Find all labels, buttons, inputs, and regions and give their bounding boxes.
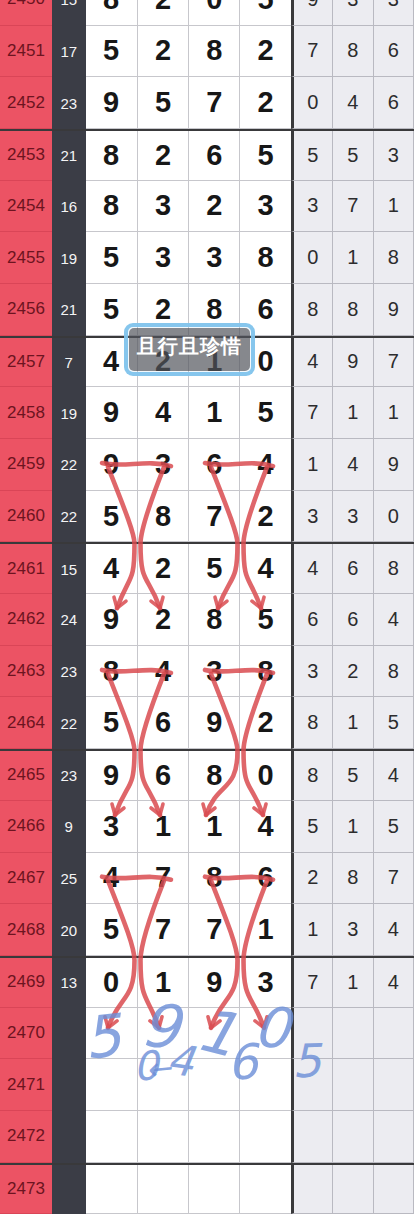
digit-cell[interactable]: 3 <box>137 232 188 284</box>
digit-cell[interactable] <box>137 1165 188 1215</box>
side-digit-cell <box>373 1008 414 1060</box>
digit-cell[interactable] <box>137 1008 188 1060</box>
digit-cell[interactable]: 7 <box>188 491 239 543</box>
table-row: 2450158205933 <box>0 0 414 26</box>
side-digit-cell: 8 <box>373 544 414 594</box>
sum-cell: 23 <box>52 77 86 129</box>
table-row: 2469130193714 <box>0 956 414 1008</box>
table-row: 2472 <box>0 1111 414 1163</box>
digit-cell[interactable]: 2 <box>239 26 290 78</box>
issue-cell: 2470 <box>0 1008 52 1060</box>
table-row: 2470 <box>0 1008 414 1060</box>
digit-cell[interactable]: 2 <box>239 77 290 129</box>
side-digit-cell: 5 <box>332 751 373 801</box>
side-digit-cell: 1 <box>291 439 332 491</box>
sum-cell: 22 <box>52 491 86 543</box>
side-digit-cell: 6 <box>332 544 373 594</box>
digit-cell[interactable]: 9 <box>188 697 239 749</box>
table-row: 2467254786287 <box>0 853 414 905</box>
side-digit-cell: 1 <box>373 387 414 439</box>
digit-cell[interactable]: 6 <box>239 853 290 905</box>
side-digit-cell: 1 <box>332 387 373 439</box>
side-digit-cell: 8 <box>373 646 414 698</box>
table-row: 2453218265553 <box>0 129 414 181</box>
side-digit-cell <box>291 1165 332 1215</box>
digit-cell[interactable]: 7 <box>188 904 239 956</box>
digit-cell[interactable]: 3 <box>137 439 188 491</box>
side-digit-cell: 8 <box>291 284 332 336</box>
digit-cell[interactable] <box>239 1008 290 1060</box>
sum-cell <box>52 1008 86 1060</box>
side-digit-cell: 6 <box>373 77 414 129</box>
digit-cell[interactable]: 3 <box>239 958 290 1008</box>
side-digit-cell: 6 <box>332 594 373 646</box>
digit-cell[interactable]: 5 <box>86 697 137 749</box>
digit-cell[interactable]: 2 <box>137 26 188 78</box>
sum-cell: 21 <box>52 131 86 181</box>
digit-cell[interactable]: 6 <box>137 751 188 801</box>
table-row: 246693114515 <box>0 801 414 853</box>
digit-cell[interactable]: 9 <box>86 751 137 801</box>
issue-cell: 2459 <box>0 439 52 491</box>
digit-cell[interactable] <box>137 1111 188 1163</box>
digit-cell[interactable]: 4 <box>239 801 290 853</box>
sum-cell <box>52 1111 86 1163</box>
digit-cell[interactable]: 2 <box>137 0 188 26</box>
table-row: 2464225692815 <box>0 697 414 749</box>
issue-cell: 2455 <box>0 232 52 284</box>
digit-cell[interactable] <box>86 1165 137 1215</box>
sum-cell <box>52 1059 86 1111</box>
digit-cell[interactable] <box>188 1059 239 1111</box>
digit-cell[interactable]: 5 <box>239 0 290 26</box>
table-row: 2473 <box>0 1163 414 1215</box>
side-digit-cell <box>373 1059 414 1111</box>
digit-cell[interactable] <box>239 1111 290 1163</box>
side-digit-cell <box>373 1165 414 1215</box>
note-tooltip-text: 且行且珍惜 <box>129 328 250 371</box>
issue-cell: 2468 <box>0 904 52 956</box>
digit-cell[interactable] <box>86 1111 137 1163</box>
digit-cell[interactable]: 2 <box>239 491 290 543</box>
side-digit-cell: 9 <box>373 439 414 491</box>
side-digit-cell: 5 <box>373 697 414 749</box>
side-digit-cell: 7 <box>291 958 332 1008</box>
issue-cell: 2464 <box>0 697 52 749</box>
table-row: 2471 <box>0 1059 414 1111</box>
sum-cell: 19 <box>52 232 86 284</box>
issue-cell: 2451 <box>0 26 52 78</box>
sum-cell: 15 <box>52 544 86 594</box>
digit-cell[interactable]: 2 <box>137 131 188 181</box>
note-tooltip[interactable]: 且行且珍惜 <box>124 323 255 376</box>
side-digit-cell: 3 <box>291 491 332 543</box>
digit-cell[interactable]: 5 <box>239 594 290 646</box>
issue-cell: 2472 <box>0 1111 52 1163</box>
table-row: 2462249285664 <box>0 594 414 646</box>
side-digit-cell: 7 <box>373 853 414 905</box>
issue-cell: 2471 <box>0 1059 52 1111</box>
chart-rows: 2450158205933245117528278624522395720462… <box>0 0 414 1214</box>
digit-cell[interactable]: 1 <box>188 387 239 439</box>
issue-cell: 2467 <box>0 853 52 905</box>
side-digit-cell: 3 <box>291 646 332 698</box>
digit-cell[interactable] <box>239 1165 290 1215</box>
sum-cell <box>52 1165 86 1215</box>
digit-cell[interactable]: 2 <box>137 594 188 646</box>
side-digit-cell: 1 <box>332 697 373 749</box>
digit-cell[interactable]: 9 <box>86 77 137 129</box>
digit-cell[interactable]: 1 <box>239 904 290 956</box>
side-digit-cell: 8 <box>291 751 332 801</box>
digit-cell[interactable] <box>137 1059 188 1111</box>
digit-cell[interactable]: 3 <box>188 646 239 698</box>
side-digit-cell: 3 <box>373 131 414 181</box>
side-digit-cell <box>332 1059 373 1111</box>
side-digit-cell: 0 <box>291 232 332 284</box>
digit-cell[interactable]: 3 <box>137 181 188 233</box>
digit-cell[interactable]: 6 <box>137 697 188 749</box>
digit-cell[interactable]: 2 <box>239 697 290 749</box>
side-digit-cell: 9 <box>332 338 373 388</box>
side-digit-cell: 2 <box>291 853 332 905</box>
table-row: 2458199415711 <box>0 387 414 439</box>
digit-cell[interactable]: 5 <box>188 544 239 594</box>
side-digit-cell: 3 <box>332 491 373 543</box>
issue-cell: 2457 <box>0 338 52 388</box>
side-digit-cell <box>332 1111 373 1163</box>
side-digit-cell: 3 <box>332 0 373 26</box>
side-digit-cell: 3 <box>291 181 332 233</box>
digit-cell[interactable]: 4 <box>86 853 137 905</box>
digit-cell[interactable]: 0 <box>188 0 239 26</box>
sum-cell: 20 <box>52 904 86 956</box>
lottery-trend-chart: 2450158205933245117528278624522395720462… <box>0 0 414 1216</box>
table-row: 2455195338018 <box>0 232 414 284</box>
digit-cell[interactable]: 9 <box>86 387 137 439</box>
digit-cell[interactable]: 7 <box>188 77 239 129</box>
side-digit-cell: 8 <box>373 232 414 284</box>
table-row: 2463238438328 <box>0 646 414 698</box>
digit-cell[interactable]: 5 <box>86 26 137 78</box>
side-digit-cell: 4 <box>373 904 414 956</box>
side-digit-cell: 7 <box>332 181 373 233</box>
side-digit-cell <box>291 1111 332 1163</box>
digit-cell[interactable]: 7 <box>137 853 188 905</box>
side-digit-cell: 9 <box>291 0 332 26</box>
side-digit-cell: 5 <box>291 801 332 853</box>
digit-cell[interactable]: 8 <box>188 594 239 646</box>
issue-cell: 2461 <box>0 544 52 594</box>
digit-cell[interactable]: 6 <box>188 439 239 491</box>
side-digit-cell: 7 <box>373 338 414 388</box>
digit-cell[interactable] <box>86 1008 137 1060</box>
digit-cell[interactable]: 8 <box>239 232 290 284</box>
issue-cell: 2454 <box>0 181 52 233</box>
issue-cell: 2453 <box>0 131 52 181</box>
side-digit-cell: 2 <box>332 646 373 698</box>
digit-cell[interactable]: 8 <box>239 646 290 698</box>
side-digit-cell: 4 <box>291 544 332 594</box>
issue-cell: 2463 <box>0 646 52 698</box>
side-digit-cell: 1 <box>332 801 373 853</box>
digit-cell[interactable] <box>188 1165 239 1215</box>
digit-cell[interactable]: 9 <box>86 439 137 491</box>
side-digit-cell: 4 <box>373 594 414 646</box>
digit-cell[interactable]: 5 <box>86 491 137 543</box>
digit-cell[interactable] <box>188 1008 239 1060</box>
digit-cell[interactable]: 1 <box>137 801 188 853</box>
digit-cell[interactable]: 8 <box>188 853 239 905</box>
digit-cell[interactable]: 2 <box>188 181 239 233</box>
sum-cell: 24 <box>52 594 86 646</box>
side-digit-cell: 1 <box>373 181 414 233</box>
table-row: 2465239680854 <box>0 749 414 801</box>
side-digit-cell: 0 <box>291 77 332 129</box>
sum-cell: 7 <box>52 338 86 388</box>
digit-cell[interactable]: 1 <box>188 801 239 853</box>
sum-cell: 15 <box>52 0 86 26</box>
side-digit-cell: 8 <box>332 853 373 905</box>
side-digit-cell: 9 <box>373 284 414 336</box>
digit-cell[interactable]: 8 <box>86 0 137 26</box>
side-digit-cell: 4 <box>332 439 373 491</box>
side-digit-cell: 0 <box>373 491 414 543</box>
table-row: 2452239572046 <box>0 77 414 129</box>
digit-cell[interactable]: 4 <box>86 544 137 594</box>
digit-cell[interactable]: 4 <box>137 646 188 698</box>
sum-cell: 13 <box>52 958 86 1008</box>
side-digit-cell: 4 <box>291 338 332 388</box>
sum-cell: 9 <box>52 801 86 853</box>
side-digit-cell: 8 <box>332 284 373 336</box>
table-row: 2454168323371 <box>0 181 414 233</box>
side-digit-cell: 8 <box>291 697 332 749</box>
side-digit-cell <box>373 1111 414 1163</box>
side-digit-cell: 4 <box>373 751 414 801</box>
side-digit-cell: 1 <box>332 958 373 1008</box>
side-digit-cell: 6 <box>291 594 332 646</box>
issue-cell: 2462 <box>0 594 52 646</box>
digit-cell[interactable]: 4 <box>239 544 290 594</box>
side-digit-cell: 4 <box>332 77 373 129</box>
digit-cell[interactable]: 5 <box>86 904 137 956</box>
digit-cell[interactable]: 8 <box>86 131 137 181</box>
digit-cell[interactable]: 9 <box>86 594 137 646</box>
sum-cell: 25 <box>52 853 86 905</box>
side-digit-cell: 4 <box>373 958 414 1008</box>
digit-cell[interactable]: 8 <box>188 26 239 78</box>
digit-cell[interactable]: 5 <box>239 387 290 439</box>
side-digit-cell <box>291 1008 332 1060</box>
side-digit-cell: 3 <box>373 0 414 26</box>
issue-cell: 2460 <box>0 491 52 543</box>
digit-cell[interactable]: 3 <box>239 181 290 233</box>
digit-cell[interactable]: 3 <box>188 232 239 284</box>
digit-cell[interactable]: 7 <box>137 904 188 956</box>
issue-cell: 2465 <box>0 751 52 801</box>
digit-cell[interactable] <box>239 1059 290 1111</box>
digit-cell[interactable]: 5 <box>239 131 290 181</box>
digit-cell[interactable]: 4 <box>137 387 188 439</box>
sum-cell: 19 <box>52 387 86 439</box>
digit-cell[interactable]: 8 <box>86 181 137 233</box>
digit-cell[interactable] <box>188 1111 239 1163</box>
digit-cell[interactable]: 4 <box>239 439 290 491</box>
sum-cell: 23 <box>52 646 86 698</box>
side-digit-cell: 7 <box>291 26 332 78</box>
digit-cell[interactable]: 3 <box>86 801 137 853</box>
side-digit-cell: 8 <box>332 26 373 78</box>
side-digit-cell <box>332 1165 373 1215</box>
digit-cell[interactable]: 2 <box>137 544 188 594</box>
digit-cell[interactable]: 5 <box>137 77 188 129</box>
table-row: 2460225872330 <box>0 491 414 543</box>
digit-cell[interactable]: 8 <box>86 646 137 698</box>
table-row: 2461154254468 <box>0 542 414 594</box>
digit-cell[interactable] <box>86 1059 137 1111</box>
side-digit-cell: 1 <box>291 904 332 956</box>
sum-cell: 23 <box>52 751 86 801</box>
digit-cell[interactable]: 5 <box>86 232 137 284</box>
side-digit-cell: 6 <box>373 26 414 78</box>
issue-cell: 2458 <box>0 387 52 439</box>
side-digit-cell: 5 <box>332 131 373 181</box>
issue-cell: 2456 <box>0 284 52 336</box>
digit-cell[interactable]: 0 <box>239 751 290 801</box>
table-row: 2468205771134 <box>0 904 414 956</box>
side-digit-cell: 3 <box>332 904 373 956</box>
digit-cell[interactable]: 9 <box>188 958 239 1008</box>
digit-cell[interactable]: 1 <box>137 958 188 1008</box>
table-row: 2451175282786 <box>0 26 414 78</box>
side-digit-cell <box>332 1008 373 1060</box>
side-digit-cell: 1 <box>332 232 373 284</box>
sum-cell: 16 <box>52 181 86 233</box>
side-digit-cell <box>291 1059 332 1111</box>
digit-cell[interactable]: 6 <box>188 131 239 181</box>
issue-cell: 2450 <box>0 0 52 26</box>
digit-cell[interactable]: 8 <box>137 491 188 543</box>
sum-cell: 22 <box>52 439 86 491</box>
issue-cell: 2469 <box>0 958 52 1008</box>
sum-cell: 21 <box>52 284 86 336</box>
table-row: 2459229364149 <box>0 439 414 491</box>
digit-cell[interactable]: 8 <box>188 751 239 801</box>
side-digit-cell: 7 <box>291 387 332 439</box>
issue-cell: 2452 <box>0 77 52 129</box>
side-digit-cell: 5 <box>373 801 414 853</box>
issue-cell: 2466 <box>0 801 52 853</box>
issue-cell: 2473 <box>0 1165 52 1215</box>
side-digit-cell: 5 <box>291 131 332 181</box>
sum-cell: 17 <box>52 26 86 78</box>
digit-cell[interactable]: 0 <box>86 958 137 1008</box>
sum-cell: 22 <box>52 697 86 749</box>
